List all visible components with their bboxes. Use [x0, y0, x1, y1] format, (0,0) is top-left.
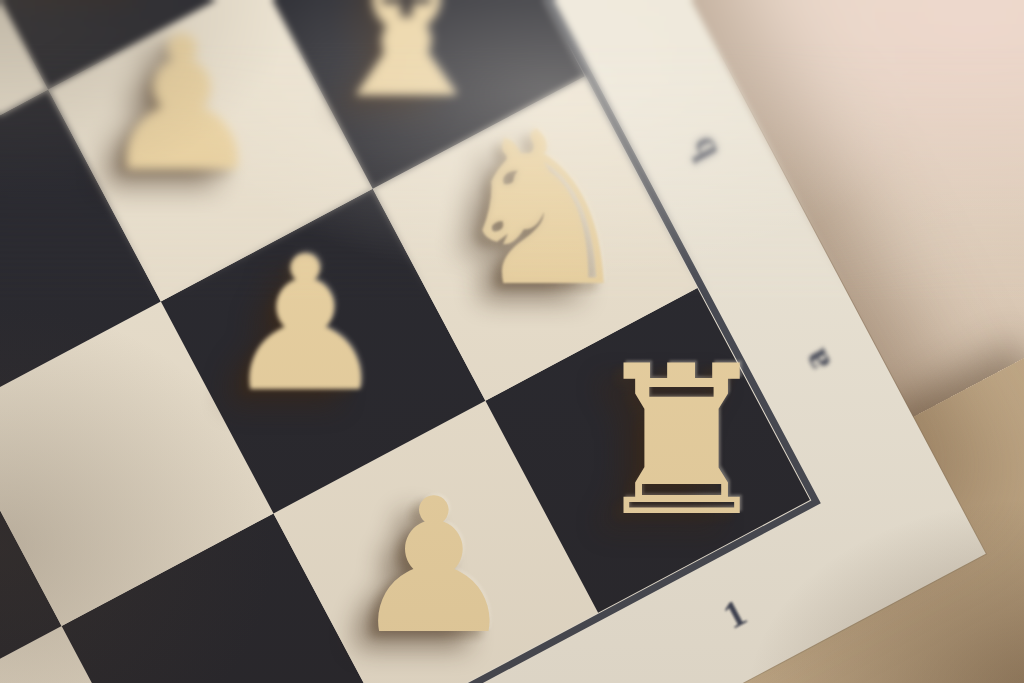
white-rook: ♜: [562, 322, 802, 562]
white-pawn: ♟: [314, 447, 554, 683]
file-label-a: a: [775, 321, 856, 402]
rank-label-1: 1: [694, 573, 775, 654]
chessboard: ♜♞♝♛♚♝♞♜♟♟♟♟♟♟♟♟♟♟♟♟♟♟♟♟♜♞♝♛♚♝♞♜: [0, 0, 810, 683]
file-label-b: b: [662, 109, 743, 190]
chessboard-mat: ♜♞♝♛♚♝♞♜♟♟♟♟♟♟♟♟♟♟♟♟♟♟♟♟♜♞♝♛♚♝♞♜ abcdefg…: [0, 0, 986, 683]
photo-scene: ♜♞♝♛♚♝♞♜♟♟♟♟♟♟♟♟♟♟♟♟♟♟♟♟♜♞♝♛♚♝♞♜ abcdefg…: [0, 0, 1024, 683]
